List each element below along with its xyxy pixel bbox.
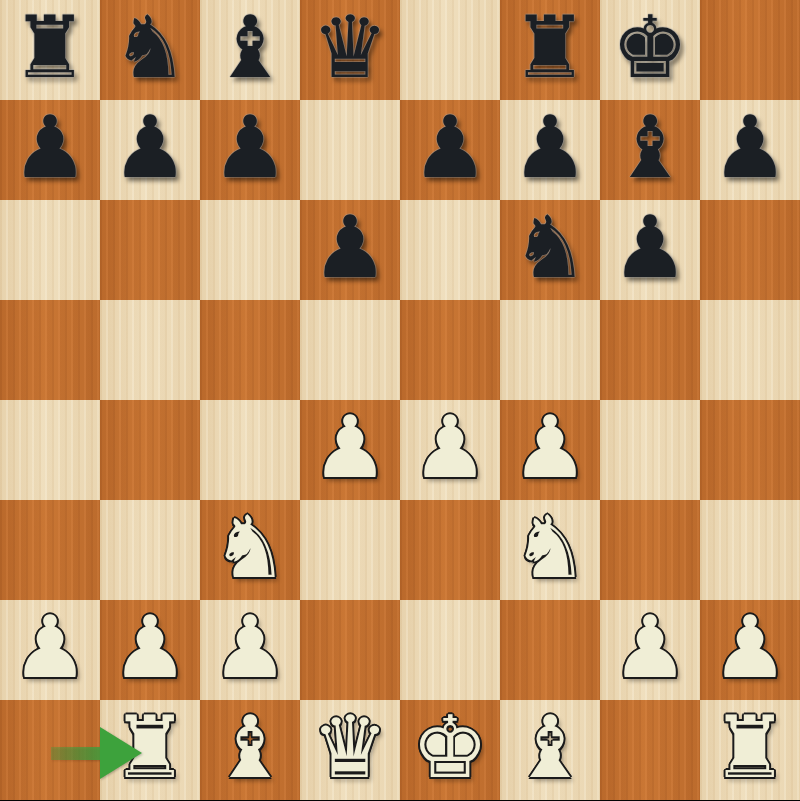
square-a1[interactable] [0, 700, 100, 800]
piece-black-rook[interactable]: ♜ [511, 4, 588, 90]
square-g5[interactable] [600, 300, 700, 400]
chess-board: ♜♞♝♛♜♚♟♟♟♟♟♝♟♟♞♟♟♟♟♞♞♟♟♟♟♟♜♝♛♚♝♜ [0, 0, 800, 800]
square-b5[interactable] [100, 300, 200, 400]
piece-white-bishop[interactable]: ♝ [211, 704, 288, 790]
square-b2[interactable]: ♟ [100, 600, 200, 700]
square-e8[interactable] [400, 0, 500, 100]
square-c7[interactable]: ♟ [200, 100, 300, 200]
square-d4[interactable]: ♟ [300, 400, 400, 500]
piece-black-king[interactable]: ♚ [611, 4, 688, 90]
square-c4[interactable] [200, 400, 300, 500]
piece-black-pawn[interactable]: ♟ [111, 104, 188, 190]
piece-white-pawn[interactable]: ♟ [611, 604, 688, 690]
square-f2[interactable] [500, 600, 600, 700]
piece-black-pawn[interactable]: ♟ [411, 104, 488, 190]
square-e6[interactable] [400, 200, 500, 300]
square-f1[interactable]: ♝ [500, 700, 600, 800]
square-a4[interactable] [0, 400, 100, 500]
square-a8[interactable]: ♜ [0, 0, 100, 100]
square-d1[interactable]: ♛ [300, 700, 400, 800]
square-h2[interactable]: ♟ [700, 600, 800, 700]
square-e4[interactable]: ♟ [400, 400, 500, 500]
square-e3[interactable] [400, 500, 500, 600]
piece-black-pawn[interactable]: ♟ [611, 204, 688, 290]
square-d6[interactable]: ♟ [300, 200, 400, 300]
square-h8[interactable] [700, 0, 800, 100]
piece-white-pawn[interactable]: ♟ [311, 404, 388, 490]
square-f3[interactable]: ♞ [500, 500, 600, 600]
square-c1[interactable]: ♝ [200, 700, 300, 800]
square-a7[interactable]: ♟ [0, 100, 100, 200]
square-h7[interactable]: ♟ [700, 100, 800, 200]
piece-white-knight[interactable]: ♞ [511, 504, 588, 590]
piece-black-queen[interactable]: ♛ [311, 4, 388, 90]
square-a5[interactable] [0, 300, 100, 400]
square-g3[interactable] [600, 500, 700, 600]
square-a6[interactable] [0, 200, 100, 300]
piece-white-bishop[interactable]: ♝ [511, 704, 588, 790]
piece-white-king[interactable]: ♚ [411, 704, 488, 790]
square-g6[interactable]: ♟ [600, 200, 700, 300]
square-e5[interactable] [400, 300, 500, 400]
square-g8[interactable]: ♚ [600, 0, 700, 100]
square-b7[interactable]: ♟ [100, 100, 200, 200]
square-g4[interactable] [600, 400, 700, 500]
piece-black-bishop[interactable]: ♝ [611, 104, 688, 190]
square-h6[interactable] [700, 200, 800, 300]
piece-black-pawn[interactable]: ♟ [311, 204, 388, 290]
piece-white-rook[interactable]: ♜ [711, 704, 788, 790]
piece-white-pawn[interactable]: ♟ [11, 604, 88, 690]
square-a3[interactable] [0, 500, 100, 600]
piece-black-pawn[interactable]: ♟ [511, 104, 588, 190]
piece-white-rook[interactable]: ♜ [111, 704, 188, 790]
piece-black-pawn[interactable]: ♟ [11, 104, 88, 190]
square-c2[interactable]: ♟ [200, 600, 300, 700]
piece-black-rook[interactable]: ♜ [11, 4, 88, 90]
square-g1[interactable] [600, 700, 700, 800]
piece-white-pawn[interactable]: ♟ [111, 604, 188, 690]
square-c8[interactable]: ♝ [200, 0, 300, 100]
square-g2[interactable]: ♟ [600, 600, 700, 700]
square-d5[interactable] [300, 300, 400, 400]
square-f5[interactable] [500, 300, 600, 400]
square-h5[interactable] [700, 300, 800, 400]
square-b8[interactable]: ♞ [100, 0, 200, 100]
square-d2[interactable] [300, 600, 400, 700]
square-e1[interactable]: ♚ [400, 700, 500, 800]
piece-white-pawn[interactable]: ♟ [711, 604, 788, 690]
square-b3[interactable] [100, 500, 200, 600]
square-d7[interactable] [300, 100, 400, 200]
square-f4[interactable]: ♟ [500, 400, 600, 500]
square-b6[interactable] [100, 200, 200, 300]
square-h4[interactable] [700, 400, 800, 500]
square-b1[interactable]: ♜ [100, 700, 200, 800]
square-c3[interactable]: ♞ [200, 500, 300, 600]
square-h1[interactable]: ♜ [700, 700, 800, 800]
piece-black-pawn[interactable]: ♟ [711, 104, 788, 190]
piece-white-pawn[interactable]: ♟ [411, 404, 488, 490]
piece-black-knight[interactable]: ♞ [511, 204, 588, 290]
square-g7[interactable]: ♝ [600, 100, 700, 200]
piece-white-pawn[interactable]: ♟ [511, 404, 588, 490]
square-h3[interactable] [700, 500, 800, 600]
piece-black-knight[interactable]: ♞ [111, 4, 188, 90]
square-e7[interactable]: ♟ [400, 100, 500, 200]
square-a2[interactable]: ♟ [0, 600, 100, 700]
piece-white-knight[interactable]: ♞ [211, 504, 288, 590]
chess-board-wrap: ♜♞♝♛♜♚♟♟♟♟♟♝♟♟♞♟♟♟♟♞♞♟♟♟♟♟♜♝♛♚♝♜ [0, 0, 800, 800]
square-c5[interactable] [200, 300, 300, 400]
square-c6[interactable] [200, 200, 300, 300]
piece-white-queen[interactable]: ♛ [311, 704, 388, 790]
square-f8[interactable]: ♜ [500, 0, 600, 100]
piece-white-pawn[interactable]: ♟ [211, 604, 288, 690]
square-f7[interactable]: ♟ [500, 100, 600, 200]
square-e2[interactable] [400, 600, 500, 700]
square-f6[interactable]: ♞ [500, 200, 600, 300]
square-d3[interactable] [300, 500, 400, 600]
square-b4[interactable] [100, 400, 200, 500]
piece-black-pawn[interactable]: ♟ [211, 104, 288, 190]
square-d8[interactable]: ♛ [300, 0, 400, 100]
piece-black-bishop[interactable]: ♝ [211, 4, 288, 90]
